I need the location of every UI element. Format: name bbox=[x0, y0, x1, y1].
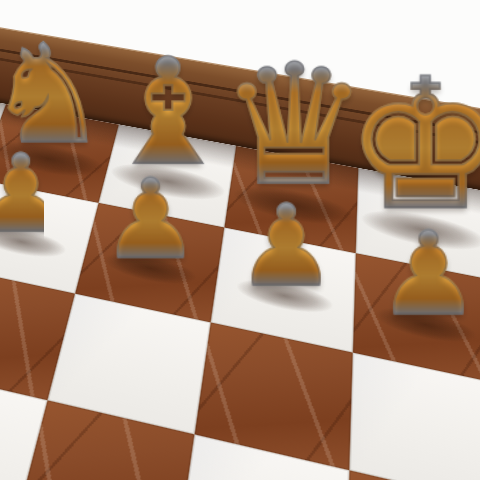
pawn-glyph: ♟ bbox=[377, 216, 480, 331]
pawn-glyph: ♟ bbox=[0, 140, 69, 247]
pawn-glyph: ♟ bbox=[236, 190, 337, 302]
board-scene: ♞♝♛♚♝♟♟♟♟♟ bbox=[0, 18, 480, 480]
pawn-glyph: ♟ bbox=[101, 164, 199, 274]
pieces-layer: ♞♝♛♚♝♟♟♟♟♟ bbox=[0, 18, 480, 480]
